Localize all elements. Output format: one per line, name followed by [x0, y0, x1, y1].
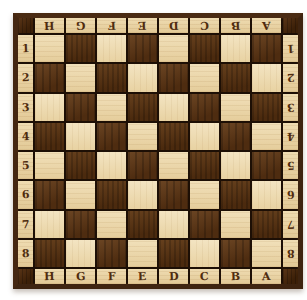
square-c1[interactable]: [190, 35, 219, 62]
rank-label-cell: 1: [283, 35, 298, 62]
square-f4[interactable]: [97, 123, 126, 150]
square-e2[interactable]: [128, 64, 157, 91]
square-d5[interactable]: [159, 152, 188, 179]
bottom-file-label-g: G: [76, 271, 86, 282]
file-label-cell: C: [190, 269, 219, 284]
square-a3[interactable]: [252, 94, 281, 121]
frame-corner: [283, 18, 298, 33]
square-h1[interactable]: [35, 35, 64, 62]
file-label-cell: B: [221, 269, 250, 284]
file-label-cell: B: [221, 18, 250, 33]
square-d8[interactable]: [159, 240, 188, 267]
file-label-cell: H: [35, 269, 64, 284]
square-c3[interactable]: [190, 94, 219, 121]
file-label-cell: G: [66, 18, 95, 33]
square-a7[interactable]: [252, 211, 281, 238]
rank-label-cell: 7: [283, 211, 298, 238]
square-a5[interactable]: [252, 152, 281, 179]
square-b4[interactable]: [221, 123, 250, 150]
left-rank-label-6: 6: [21, 189, 29, 200]
bottom-file-label-c: C: [200, 271, 209, 282]
square-e1[interactable]: [128, 35, 157, 62]
right-rank-label-8: 8: [286, 248, 294, 259]
square-d1[interactable]: [159, 35, 188, 62]
right-rank-label-2: 2: [286, 72, 294, 83]
file-label-cell: F: [97, 269, 126, 284]
frame-corner: [283, 269, 298, 284]
square-g3[interactable]: [66, 94, 95, 121]
frame-corner: [18, 18, 33, 33]
bottom-file-label-h: H: [44, 271, 55, 282]
square-c8[interactable]: [190, 240, 219, 267]
bottom-file-label-f: F: [107, 271, 115, 282]
rank-label-cell: 4: [18, 123, 33, 150]
rank-label-cell: 6: [283, 181, 298, 208]
square-h8[interactable]: [35, 240, 64, 267]
square-f6[interactable]: [97, 181, 126, 208]
square-b6[interactable]: [221, 181, 250, 208]
rank-label-cell: 1: [18, 35, 33, 62]
file-label-cell: E: [128, 18, 157, 33]
rank-label-cell: 3: [283, 94, 298, 121]
right-rank-label-3: 3: [286, 101, 294, 112]
left-rank-label-2: 2: [21, 72, 29, 83]
square-g8[interactable]: [66, 240, 95, 267]
frame-corner: [18, 269, 33, 284]
rank-label-cell: 6: [18, 181, 33, 208]
square-e5[interactable]: [128, 152, 157, 179]
rank-label-cell: 8: [18, 240, 33, 267]
left-rank-label-7: 7: [21, 218, 29, 229]
file-label-cell: A: [252, 18, 281, 33]
rank-label-cell: 2: [283, 64, 298, 91]
rank-label-cell: 2: [18, 64, 33, 91]
square-a4[interactable]: [252, 123, 281, 150]
square-f2[interactable]: [97, 64, 126, 91]
square-f1[interactable]: [97, 35, 126, 62]
square-a6[interactable]: [252, 181, 281, 208]
square-h4[interactable]: [35, 123, 64, 150]
square-e8[interactable]: [128, 240, 157, 267]
square-c4[interactable]: [190, 123, 219, 150]
square-b7[interactable]: [221, 211, 250, 238]
file-label-cell: D: [159, 269, 188, 284]
square-c6[interactable]: [190, 181, 219, 208]
bottom-file-label-a: A: [262, 271, 271, 282]
square-d6[interactable]: [159, 181, 188, 208]
file-label-cell: C: [190, 18, 219, 33]
rank-label-cell: 5: [18, 152, 33, 179]
bottom-file-label-b: B: [231, 271, 241, 282]
file-label-cell: G: [66, 269, 95, 284]
square-d4[interactable]: [159, 123, 188, 150]
top-file-label-e: E: [138, 20, 147, 31]
left-rank-label-8: 8: [21, 248, 29, 259]
square-a8[interactable]: [252, 240, 281, 267]
square-h3[interactable]: [35, 94, 64, 121]
square-g7[interactable]: [66, 211, 95, 238]
bottom-file-label-d: D: [169, 271, 179, 282]
square-c7[interactable]: [190, 211, 219, 238]
square-h6[interactable]: [35, 181, 64, 208]
rank-label-cell: 7: [18, 211, 33, 238]
file-label-cell: F: [97, 18, 126, 33]
top-file-label-d: D: [169, 20, 179, 31]
square-b8[interactable]: [221, 240, 250, 267]
file-label-cell: H: [35, 18, 64, 33]
file-label-cell: A: [252, 269, 281, 284]
top-file-label-h: H: [44, 20, 55, 31]
top-file-label-b: B: [231, 20, 241, 31]
right-rank-label-6: 6: [286, 189, 294, 200]
square-h2[interactable]: [35, 64, 64, 91]
left-rank-label-3: 3: [21, 101, 29, 112]
rank-label-cell: 3: [18, 94, 33, 121]
square-b1[interactable]: [221, 35, 250, 62]
square-g6[interactable]: [66, 181, 95, 208]
square-e4[interactable]: [128, 123, 157, 150]
square-a2[interactable]: [252, 64, 281, 91]
chess-board: HGFEDCBA1122334455667788HGFEDCBA: [13, 13, 303, 289]
file-label-cell: D: [159, 18, 188, 33]
photo-background: HGFEDCBA1122334455667788HGFEDCBA: [0, 0, 307, 300]
top-file-label-c: C: [200, 20, 209, 31]
top-file-label-a: A: [262, 20, 271, 31]
left-rank-label-4: 4: [21, 131, 29, 142]
right-rank-label-7: 7: [286, 218, 294, 229]
rank-label-cell: 4: [283, 123, 298, 150]
square-h5[interactable]: [35, 152, 64, 179]
square-h7[interactable]: [35, 211, 64, 238]
square-a1[interactable]: [252, 35, 281, 62]
square-g4[interactable]: [66, 123, 95, 150]
square-c5[interactable]: [190, 152, 219, 179]
square-e7[interactable]: [128, 211, 157, 238]
top-file-label-g: G: [76, 20, 86, 31]
square-b2[interactable]: [221, 64, 250, 91]
square-f5[interactable]: [97, 152, 126, 179]
left-rank-label-5: 5: [21, 160, 29, 171]
file-label-cell: E: [128, 269, 157, 284]
top-file-label-f: F: [107, 20, 115, 31]
square-e6[interactable]: [128, 181, 157, 208]
square-f3[interactable]: [97, 94, 126, 121]
square-g2[interactable]: [66, 64, 95, 91]
right-rank-label-4: 4: [286, 131, 294, 142]
square-d3[interactable]: [159, 94, 188, 121]
square-g1[interactable]: [66, 35, 95, 62]
square-e3[interactable]: [128, 94, 157, 121]
bottom-file-label-e: E: [138, 271, 147, 282]
square-d7[interactable]: [159, 211, 188, 238]
rank-label-cell: 5: [283, 152, 298, 179]
square-f7[interactable]: [97, 211, 126, 238]
right-rank-label-1: 1: [286, 43, 294, 54]
square-g5[interactable]: [66, 152, 95, 179]
left-rank-label-1: 1: [21, 43, 29, 54]
square-b3[interactable]: [221, 94, 250, 121]
square-f8[interactable]: [97, 240, 126, 267]
right-rank-label-5: 5: [286, 160, 294, 171]
square-d2[interactable]: [159, 64, 188, 91]
square-c2[interactable]: [190, 64, 219, 91]
square-b5[interactable]: [221, 152, 250, 179]
rank-label-cell: 8: [283, 240, 298, 267]
